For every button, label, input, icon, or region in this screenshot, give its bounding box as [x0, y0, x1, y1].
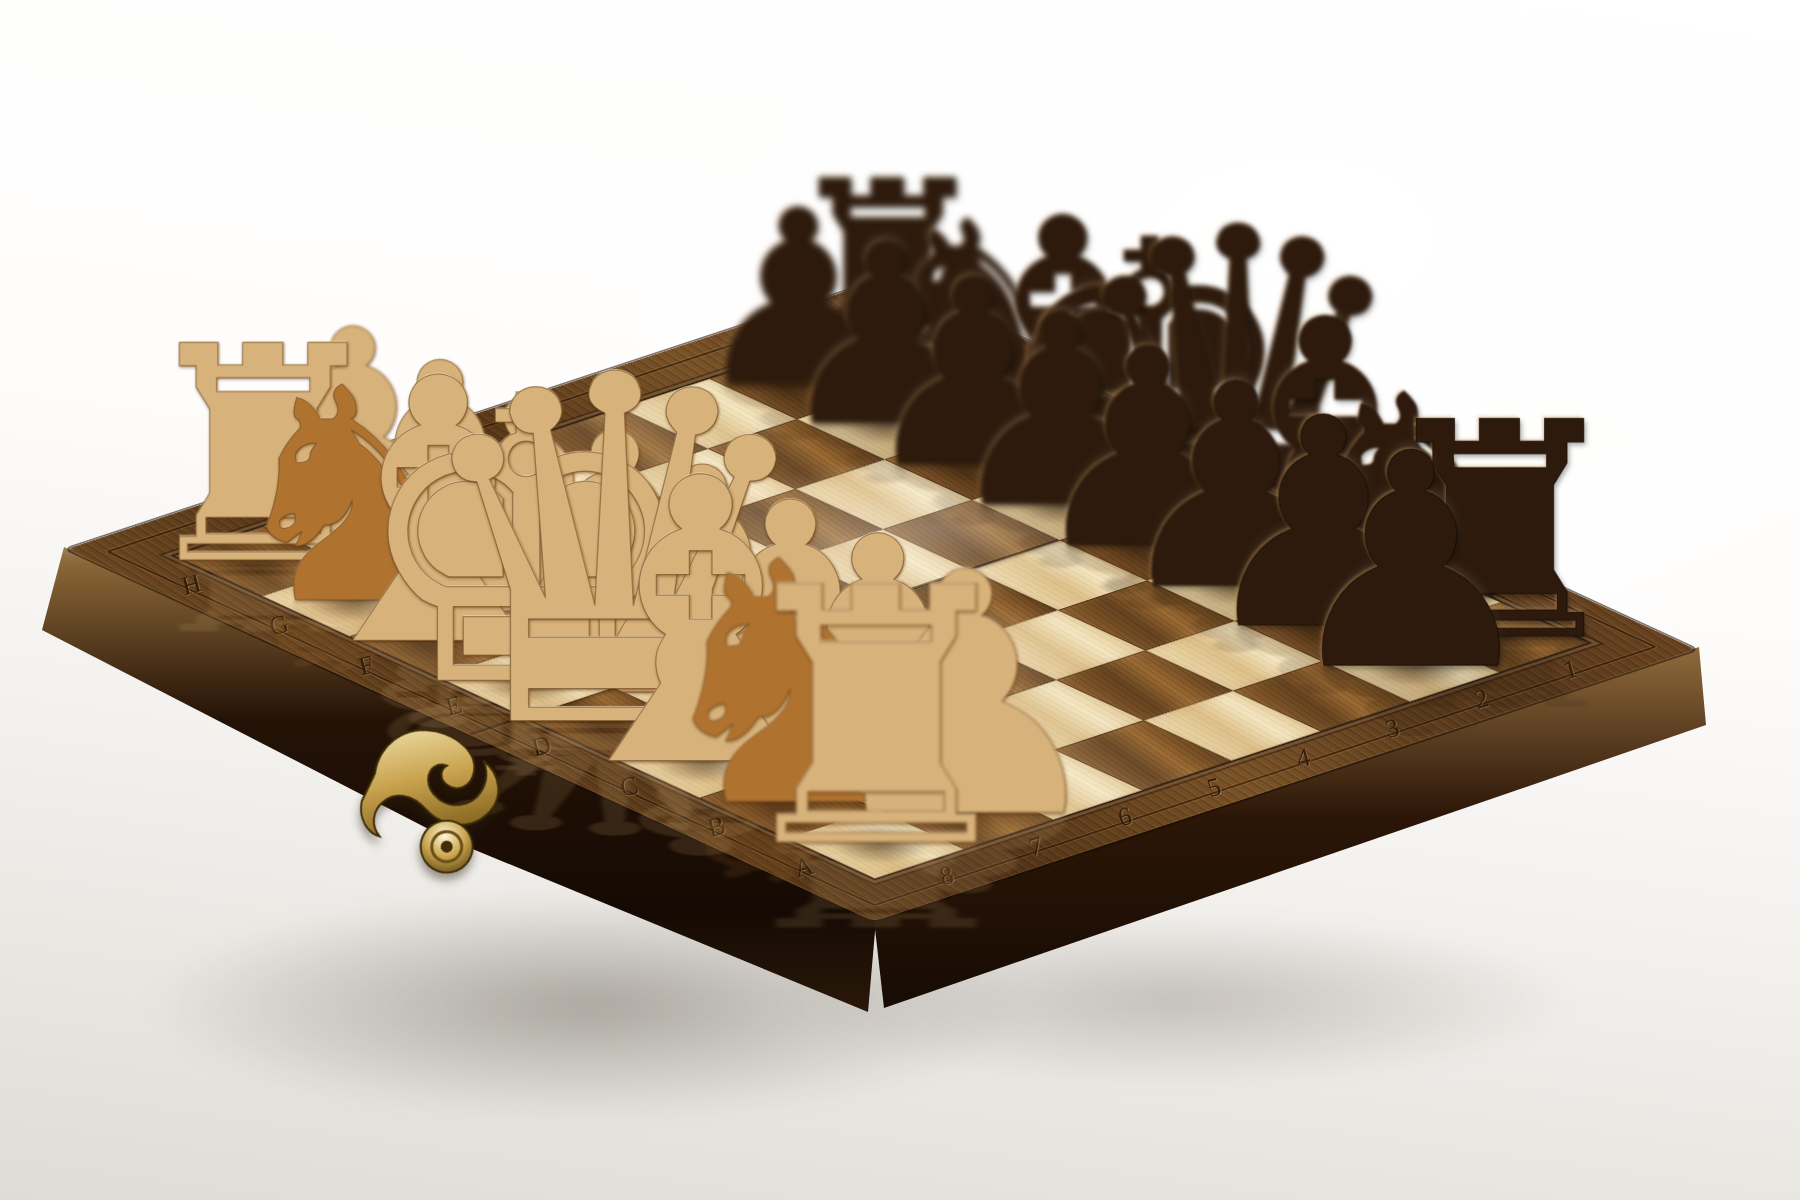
piece-light-rook-a8: ♜: [521, 542, 1231, 897]
studio-scene: ♜♜♟♟♟♟♜♜♞♞♟♟♟♟♞♞♝♝♟♟♟♟♝♝♚♚♟♟♟♟♚♚♛♛♟♟♟♟♛♛…: [0, 0, 1800, 1200]
board-grid: ♜♜♟♟♟♟♜♜♞♞♟♟♟♟♞♞♝♝♟♟♟♟♝♝♚♚♟♟♟♟♚♚♛♛♟♟♟♟♛♛…: [175, 320, 1588, 879]
square-a2: ♟♟: [1322, 632, 1499, 702]
chess-board: ♜♜♟♟♟♟♜♜♞♞♟♟♟♟♞♞♝♝♟♟♟♟♝♝♚♚♟♟♟♟♚♚♛♛♟♟♟♟♛♛…: [66, 277, 1697, 922]
square-a8: ♜♜: [787, 809, 964, 879]
